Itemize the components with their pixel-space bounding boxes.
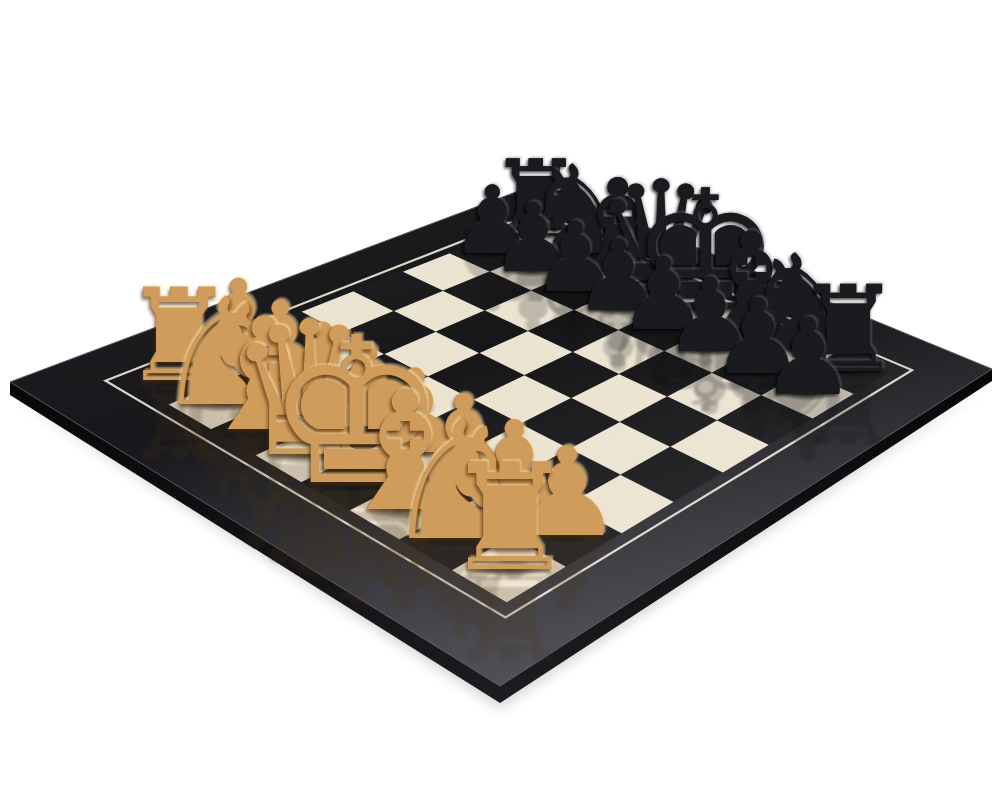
- black-pawn[interactable]: ♟: [760, 305, 855, 411]
- chess-set-photo: ♜♜♞♞♟♟♝♝♟♟♛♛♟♟♚♚♟♟♝♝♟♟♞♞♟♟♟♟♜♜♟♟♟♟♜♜♟♟♟♟…: [0, 0, 1000, 800]
- white-rook[interactable]: ♜: [443, 445, 575, 592]
